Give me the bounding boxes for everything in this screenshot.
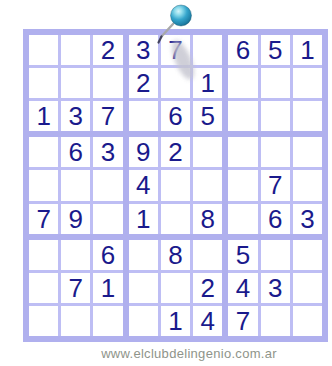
- cell-r9c3: [93, 306, 122, 336]
- site-watermark: www.elclubdelingenio.com.ar: [0, 346, 332, 361]
- cell-r2c1: [29, 68, 58, 98]
- sudoku-box-5: 92418: [129, 137, 223, 233]
- cell-r5c8: 7: [261, 170, 290, 200]
- sudoku-box-7: 671: [29, 240, 123, 336]
- sudoku-box-9: 5437: [228, 240, 322, 336]
- cell-r8c9: [293, 273, 322, 303]
- cell-r9c5: 1: [161, 306, 190, 336]
- sudoku-puzzle-image: 213737216565163799241876367182145437 www…: [0, 0, 332, 366]
- cell-r4c1: [29, 137, 58, 167]
- cell-r8c5: [161, 273, 190, 303]
- cell-r7c4: [129, 240, 158, 270]
- cell-r4c2: 6: [61, 137, 90, 167]
- pin-head: [171, 5, 192, 26]
- sudoku-box-6: 763: [228, 137, 322, 233]
- cell-r8c8: 3: [261, 273, 290, 303]
- cell-r6c4: 1: [129, 204, 158, 234]
- cell-r3c6: 5: [193, 101, 222, 131]
- cell-r2c4: 2: [129, 68, 158, 98]
- cell-r6c5: [161, 204, 190, 234]
- cell-r4c8: [261, 137, 290, 167]
- cell-r8c2: 7: [61, 273, 90, 303]
- cell-r5c2: [61, 170, 90, 200]
- cell-r1c4: 3: [129, 35, 158, 65]
- sudoku-box-2: 372165: [129, 35, 223, 131]
- cell-r7c2: [61, 240, 90, 270]
- cell-r6c7: [228, 204, 257, 234]
- cell-r2c5: [161, 68, 190, 98]
- cell-r1c5: 7: [161, 35, 190, 65]
- cell-r4c3: 3: [93, 137, 122, 167]
- cell-r6c8: 6: [261, 204, 290, 234]
- cell-r1c6: [193, 35, 222, 65]
- cell-r6c9: 3: [293, 204, 322, 234]
- cell-r3c3: 7: [93, 101, 122, 131]
- cell-r3c8: [261, 101, 290, 131]
- cell-r1c8: 5: [261, 35, 290, 65]
- cell-r4c6: [193, 137, 222, 167]
- cell-r7c9: [293, 240, 322, 270]
- cell-r1c3: 2: [93, 35, 122, 65]
- cell-r6c1: 7: [29, 204, 58, 234]
- cell-r1c9: 1: [293, 35, 322, 65]
- sudoku-box-4: 6379: [29, 137, 123, 233]
- cell-r3c5: 6: [161, 101, 190, 131]
- cell-r8c7: 4: [228, 273, 257, 303]
- cell-r1c1: [29, 35, 58, 65]
- cell-r9c7: 7: [228, 306, 257, 336]
- cell-r5c5: [161, 170, 190, 200]
- cell-r8c4: [129, 273, 158, 303]
- cell-r9c4: [129, 306, 158, 336]
- cell-r2c6: 1: [193, 68, 222, 98]
- cell-r2c9: [293, 68, 322, 98]
- cell-r3c4: [129, 101, 158, 131]
- cell-r6c3: [93, 204, 122, 234]
- cell-r2c8: [261, 68, 290, 98]
- cell-r5c9: [293, 170, 322, 200]
- cell-r4c7: [228, 137, 257, 167]
- cell-r7c3: 6: [93, 240, 122, 270]
- cell-r7c1: [29, 240, 58, 270]
- cell-r7c6: [193, 240, 222, 270]
- sudoku-box-3: 651: [228, 35, 322, 131]
- cell-r6c6: 8: [193, 204, 222, 234]
- cell-r8c1: [29, 273, 58, 303]
- cell-r7c5: 8: [161, 240, 190, 270]
- cell-r9c8: [261, 306, 290, 336]
- cell-r4c9: [293, 137, 322, 167]
- cell-r6c2: 9: [61, 204, 90, 234]
- cell-r5c3: [93, 170, 122, 200]
- sudoku-board: 213737216565163799241876367182145437: [23, 29, 328, 342]
- cell-r9c9: [293, 306, 322, 336]
- cell-r8c3: 1: [93, 273, 122, 303]
- cell-r5c7: [228, 170, 257, 200]
- cell-r5c1: [29, 170, 58, 200]
- cell-r9c2: [61, 306, 90, 336]
- cell-r3c7: [228, 101, 257, 131]
- cell-r4c4: 9: [129, 137, 158, 167]
- cell-r7c7: 5: [228, 240, 257, 270]
- sudoku-box-1: 2137: [29, 35, 123, 131]
- cell-r1c2: [61, 35, 90, 65]
- cell-r3c1: 1: [29, 101, 58, 131]
- cell-r2c3: [93, 68, 122, 98]
- cell-r1c7: 6: [228, 35, 257, 65]
- cell-r5c4: 4: [129, 170, 158, 200]
- cell-r2c2: [61, 68, 90, 98]
- cell-r5c6: [193, 170, 222, 200]
- cell-r9c6: 4: [193, 306, 222, 336]
- cell-r8c6: 2: [193, 273, 222, 303]
- cell-r9c1: [29, 306, 58, 336]
- cell-r3c2: 3: [61, 101, 90, 131]
- cell-r7c8: [261, 240, 290, 270]
- cell-r4c5: 2: [161, 137, 190, 167]
- cell-r2c7: [228, 68, 257, 98]
- sudoku-box-8: 8214: [129, 240, 223, 336]
- cell-r3c9: [293, 101, 322, 131]
